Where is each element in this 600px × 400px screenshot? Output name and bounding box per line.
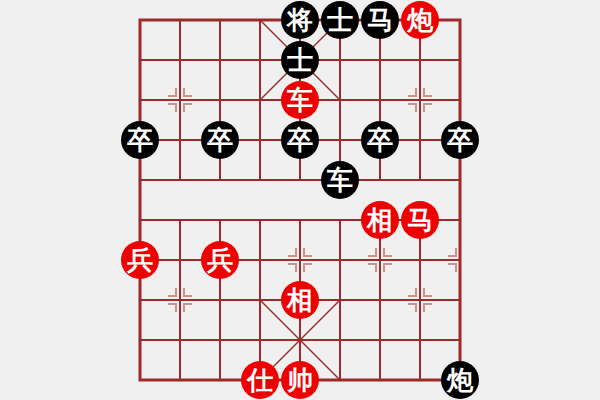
board-intersection[interactable] <box>240 40 280 80</box>
piece-black-pawn[interactable]: 卒 <box>121 121 159 159</box>
board-intersection[interactable] <box>240 160 280 200</box>
board-intersection[interactable] <box>360 160 400 200</box>
board-intersection[interactable] <box>120 80 160 120</box>
board-intersection[interactable]: 卒 <box>120 120 160 160</box>
board-intersection[interactable]: 兵 <box>200 240 240 280</box>
board-intersection[interactable] <box>240 200 280 240</box>
board-intersection[interactable] <box>440 80 480 120</box>
board-intersection[interactable] <box>160 120 200 160</box>
piece-black-advisor[interactable]: 士 <box>321 1 359 39</box>
piece-black-pawn[interactable]: 卒 <box>441 121 479 159</box>
piece-black-general[interactable]: 将 <box>281 1 319 39</box>
board-intersection[interactable] <box>120 320 160 360</box>
board-intersection[interactable] <box>360 80 400 120</box>
board-intersection[interactable] <box>160 280 200 320</box>
board-intersection[interactable] <box>320 360 360 400</box>
board-intersection[interactable] <box>440 0 480 40</box>
board-intersection[interactable] <box>280 200 320 240</box>
board-intersection[interactable] <box>440 280 480 320</box>
board-intersection[interactable] <box>160 80 200 120</box>
board-intersection[interactable] <box>120 200 160 240</box>
board-intersection[interactable] <box>120 360 160 400</box>
piece-red-elephant[interactable]: 相 <box>281 281 319 319</box>
board-intersection[interactable]: 卒 <box>360 120 400 160</box>
board-intersection[interactable] <box>200 40 240 80</box>
board-intersection[interactable] <box>400 360 440 400</box>
xiangqi-app: 将士马炮士车卒卒卒卒卒车相马兵兵相仕帅炮 <box>0 0 600 400</box>
board-intersection[interactable] <box>320 200 360 240</box>
board-intersection[interactable] <box>240 0 280 40</box>
board-intersection[interactable] <box>200 0 240 40</box>
board-intersection[interactable] <box>360 280 400 320</box>
piece-red-advisor[interactable]: 仕 <box>241 361 279 399</box>
board-intersection[interactable]: 兵 <box>120 240 160 280</box>
board-intersection[interactable]: 卒 <box>440 120 480 160</box>
piece-black-pawn[interactable]: 卒 <box>201 121 239 159</box>
board-intersection[interactable] <box>320 240 360 280</box>
board-intersection[interactable] <box>320 80 360 120</box>
board-intersection[interactable]: 卒 <box>280 120 320 160</box>
board-intersection[interactable]: 车 <box>320 160 360 200</box>
board-intersection[interactable]: 车 <box>280 80 320 120</box>
board-intersection[interactable]: 士 <box>320 0 360 40</box>
board-intersection[interactable]: 相 <box>360 200 400 240</box>
board-intersection[interactable] <box>400 40 440 80</box>
piece-red-cannon[interactable]: 炮 <box>401 1 439 39</box>
board-intersection[interactable] <box>240 80 280 120</box>
board-grid: 将士马炮士车卒卒卒卒卒车相马兵兵相仕帅炮 <box>120 0 480 400</box>
board-intersection[interactable] <box>120 160 160 200</box>
xiangqi-board: 将士马炮士车卒卒卒卒卒车相马兵兵相仕帅炮 <box>120 0 480 400</box>
board-intersection[interactable] <box>240 320 280 360</box>
board-intersection[interactable] <box>320 120 360 160</box>
board-intersection[interactable] <box>240 280 280 320</box>
piece-black-chariot[interactable]: 车 <box>321 161 359 199</box>
board-intersection[interactable] <box>120 0 160 40</box>
board-intersection[interactable]: 相 <box>280 280 320 320</box>
board-intersection[interactable] <box>400 160 440 200</box>
piece-black-cannon[interactable]: 炮 <box>441 361 479 399</box>
board-intersection[interactable] <box>360 320 400 360</box>
piece-black-horse[interactable]: 马 <box>361 1 399 39</box>
board-intersection[interactable] <box>320 280 360 320</box>
board-intersection[interactable] <box>440 200 480 240</box>
board-intersection[interactable] <box>160 240 200 280</box>
board-intersection[interactable] <box>320 40 360 80</box>
piece-black-pawn[interactable]: 卒 <box>361 121 399 159</box>
board-intersection[interactable] <box>400 240 440 280</box>
board-intersection[interactable] <box>440 240 480 280</box>
board-intersection[interactable] <box>120 40 160 80</box>
piece-red-pawn[interactable]: 兵 <box>121 241 159 279</box>
piece-red-general[interactable]: 帅 <box>281 361 319 399</box>
board-intersection[interactable] <box>280 320 320 360</box>
board-intersection[interactable]: 卒 <box>200 120 240 160</box>
board-intersection[interactable] <box>120 280 160 320</box>
board-intersection[interactable] <box>400 280 440 320</box>
board-intersection[interactable] <box>280 160 320 200</box>
piece-red-horse[interactable]: 马 <box>401 201 439 239</box>
board-intersection[interactable] <box>400 120 440 160</box>
board-intersection[interactable] <box>440 320 480 360</box>
board-intersection[interactable]: 将 <box>280 0 320 40</box>
board-intersection[interactable]: 士 <box>280 40 320 80</box>
board-intersection[interactable] <box>160 0 200 40</box>
piece-black-advisor[interactable]: 士 <box>281 41 319 79</box>
board-intersection[interactable] <box>160 320 200 360</box>
board-intersection[interactable] <box>240 240 280 280</box>
board-intersection[interactable] <box>360 40 400 80</box>
board-intersection[interactable] <box>200 200 240 240</box>
board-intersection[interactable]: 仕 <box>240 360 280 400</box>
board-intersection[interactable]: 炮 <box>440 360 480 400</box>
piece-black-pawn[interactable]: 卒 <box>281 121 319 159</box>
board-intersection[interactable] <box>200 280 240 320</box>
board-intersection[interactable]: 马 <box>400 200 440 240</box>
piece-red-pawn[interactable]: 兵 <box>201 241 239 279</box>
board-intersection[interactable]: 帅 <box>280 360 320 400</box>
board-intersection[interactable] <box>400 80 440 120</box>
board-intersection[interactable] <box>440 160 480 200</box>
board-intersection[interactable] <box>240 120 280 160</box>
board-intersection[interactable] <box>320 320 360 360</box>
board-intersection[interactable] <box>160 360 200 400</box>
board-intersection[interactable] <box>440 40 480 80</box>
board-intersection[interactable] <box>280 240 320 280</box>
board-intersection[interactable] <box>160 40 200 80</box>
piece-red-chariot[interactable]: 车 <box>281 81 319 119</box>
board-intersection[interactable] <box>160 160 200 200</box>
board-intersection[interactable] <box>200 360 240 400</box>
board-intersection[interactable] <box>200 320 240 360</box>
board-intersection[interactable] <box>400 320 440 360</box>
board-intersection[interactable] <box>360 360 400 400</box>
board-intersection[interactable]: 马 <box>360 0 400 40</box>
piece-red-elephant[interactable]: 相 <box>361 201 399 239</box>
board-intersection[interactable] <box>360 240 400 280</box>
board-intersection[interactable]: 炮 <box>400 0 440 40</box>
board-intersection[interactable] <box>160 200 200 240</box>
board-intersection[interactable] <box>200 80 240 120</box>
board-intersection[interactable] <box>200 160 240 200</box>
